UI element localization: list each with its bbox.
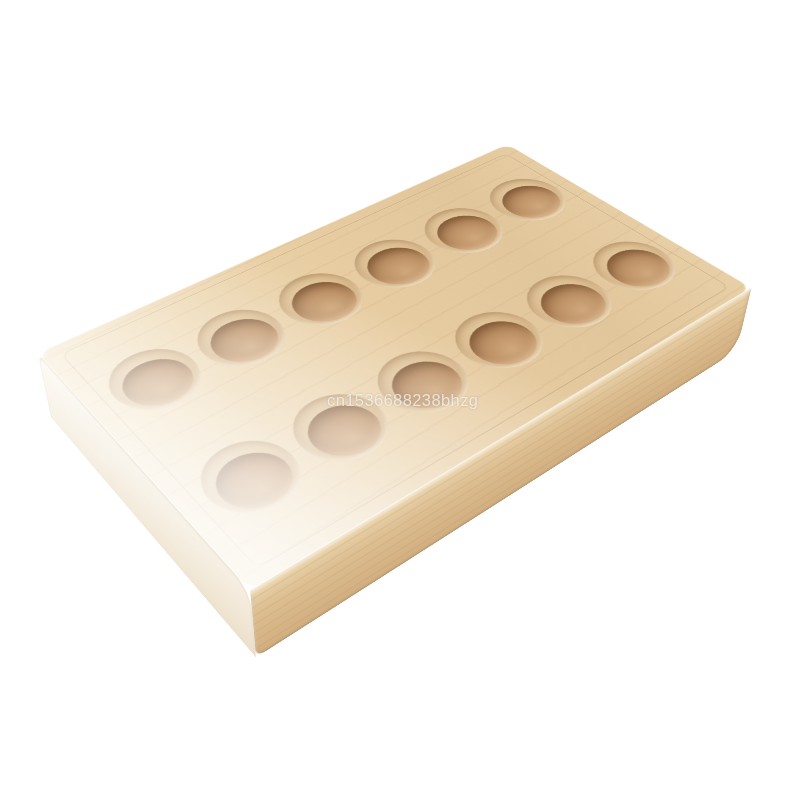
product-photo-background: cn1536688238bhzg [0,0,800,800]
pit-r1-c1[interactable] [92,338,217,423]
watermark-text: cn1536688238bhzg [327,391,478,410]
mancala-board-block [51,203,737,658]
